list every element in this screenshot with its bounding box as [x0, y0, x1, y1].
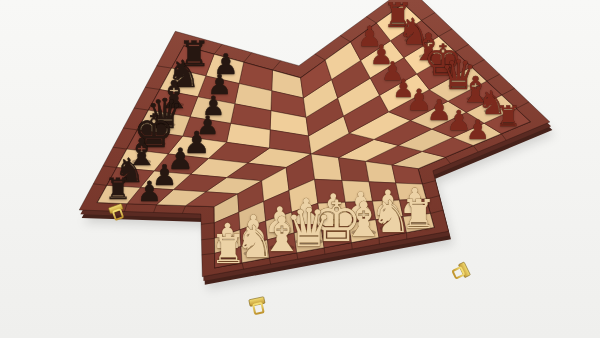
black-rook[interactable]: ♜ [105, 172, 131, 206]
three-player-chess-board: ♜♞♟♝♟♜♟♚♟♞♛♟♟♝♝♟♞♟♟♜♛♟♟♟♚♟♝♟♞♟♜♟♟♟♟♟♟♜♟♞… [0, 0, 600, 338]
product-render: ♜♞♟♝♟♜♟♚♟♞♛♟♟♝♝♟♞♟♟♜♛♟♟♟♚♟♝♟♞♟♜♟♟♟♟♟♟♜♟♞… [0, 0, 600, 338]
cell-white-f4-r0[interactable] [311, 154, 342, 181]
black-pawn[interactable]: ♟ [137, 175, 162, 208]
red-rook[interactable]: ♜ [495, 100, 520, 133]
cell-white-f6-r0[interactable] [366, 161, 396, 183]
red-pawn[interactable]: ♟ [466, 114, 490, 145]
cell-white-f5-r0[interactable] [339, 158, 370, 182]
white-rook[interactable]: ♜ [210, 226, 246, 272]
